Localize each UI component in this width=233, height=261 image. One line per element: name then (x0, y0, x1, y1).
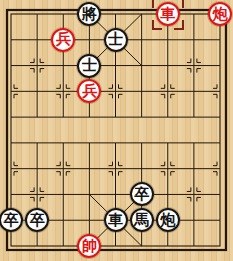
black-advisor-piece[interactable]: 士 (77, 54, 101, 78)
black-advisor-piece[interactable]: 士 (104, 28, 128, 52)
red-chariot-piece[interactable]: 車 (156, 2, 180, 26)
xiangqi-board: 將士士卒卒卒車馬炮車炮兵兵帥 (0, 0, 233, 261)
black-horse-piece[interactable]: 馬 (130, 208, 154, 232)
black-chariot-piece[interactable]: 車 (104, 208, 128, 232)
black-soldier-piece[interactable]: 卒 (130, 182, 154, 206)
black-cannon-piece[interactable]: 炮 (156, 208, 180, 232)
red-cannon-piece[interactable]: 炮 (208, 2, 232, 26)
red-soldier-piece[interactable]: 兵 (51, 28, 75, 52)
